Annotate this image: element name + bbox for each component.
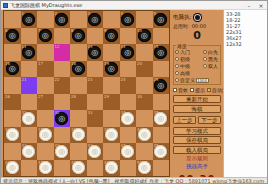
- title-bar: 飞龙国际跳棋 MyDraughts.exe – ×: [1, 1, 268, 10]
- square-light: [136, 44, 153, 61]
- square-number: 36: [5, 127, 10, 132]
- square-22[interactable]: 22: [54, 77, 71, 94]
- radio-label: 双人: [208, 63, 218, 69]
- square-number: 5: [154, 11, 157, 16]
- square-26[interactable]: 26: [4, 94, 21, 111]
- radio-label: 初级: [180, 56, 190, 62]
- square-47[interactable]: 47◎: [37, 160, 54, 177]
- radio-option-白先[interactable]: 白先: [203, 49, 219, 55]
- radio-option-中级[interactable]: 中级: [175, 63, 203, 69]
- radio-icon[interactable]: [203, 57, 207, 61]
- square-32[interactable]: 32◎: [54, 110, 71, 127]
- close-button[interactable]: ×: [255, 1, 267, 10]
- square-light: [21, 28, 38, 45]
- square-light: [153, 160, 170, 177]
- square-24[interactable]: 24: [120, 77, 137, 94]
- black-side-disc-icon: [193, 13, 202, 22]
- square-number: 45: [154, 143, 159, 148]
- square-number: 9: [104, 28, 107, 33]
- square-number: 29: [104, 94, 109, 99]
- checkbox-提示[interactable]: 提示: [190, 87, 205, 93]
- square-14[interactable]: 14◎: [120, 44, 137, 61]
- square-light: [70, 44, 87, 61]
- radio-label: 入门: [180, 49, 190, 55]
- square-number: 19: [104, 61, 109, 66]
- square-1[interactable]: 1◎: [21, 11, 38, 28]
- radio-option-自定义[interactable]: 自定义: [175, 77, 203, 83]
- square-light: [103, 77, 120, 94]
- square-number: 44: [121, 143, 126, 148]
- square-number: 1: [22, 11, 25, 16]
- square-light: [153, 127, 170, 144]
- square-4[interactable]: 4◎: [120, 11, 137, 28]
- square-number: 17: [38, 61, 43, 66]
- square-number: 26: [5, 94, 10, 99]
- square-light: [54, 94, 71, 111]
- square-light: [120, 127, 137, 144]
- total-time-label: 总用时:: [173, 23, 190, 29]
- square-12[interactable]: 12: [54, 44, 71, 61]
- square-number: 14: [121, 44, 126, 49]
- square-46[interactable]: 46◎: [4, 160, 21, 177]
- square-number: 35: [154, 110, 159, 115]
- square-number: 16: [5, 61, 10, 66]
- square-11[interactable]: 11◎: [21, 44, 38, 61]
- square-50[interactable]: 50◎: [136, 160, 153, 177]
- computer-side-label: 电脑执:: [173, 14, 191, 21]
- black-piece[interactable]: ◎: [55, 13, 68, 26]
- radio-label: 黑先: [208, 56, 218, 62]
- square-17[interactable]: 17: [37, 61, 54, 78]
- square-7[interactable]: 7◎: [37, 28, 54, 45]
- square-light: [103, 110, 120, 127]
- square-9[interactable]: 9◎: [103, 28, 120, 45]
- square-13[interactable]: 13◎: [87, 44, 104, 61]
- square-44[interactable]: 44◎: [120, 143, 137, 160]
- square-number: 20: [137, 61, 142, 66]
- square-number: 27: [38, 94, 43, 99]
- square-light: [136, 77, 153, 94]
- square-21[interactable]: 21: [21, 77, 38, 94]
- square-number: 11: [22, 44, 27, 49]
- square-10[interactable]: 10◎: [136, 28, 153, 45]
- checkbox-icon[interactable]: [173, 88, 177, 92]
- square-light: [37, 11, 54, 28]
- move-list-panel[interactable]: 33-2818-2231-2722x3136x2712x32: [223, 10, 268, 177]
- square-49[interactable]: 49◎: [103, 160, 120, 177]
- square-42[interactable]: 42◎: [54, 143, 71, 160]
- checkbox-label: 提示: [195, 87, 205, 93]
- button-下一步[interactable]: 下一步: [198, 116, 221, 124]
- square-number: 46: [5, 160, 10, 165]
- square-light: [21, 160, 38, 177]
- square-number: 6: [5, 28, 8, 33]
- square-number: 39: [104, 127, 109, 132]
- square-38[interactable]: 38◎: [70, 127, 87, 144]
- square-light: [153, 28, 170, 45]
- square-light: [87, 28, 104, 45]
- radio-label: 高级: [180, 70, 190, 76]
- link-显示规则[interactable]: 显示规则: [173, 155, 221, 162]
- square-light: [4, 44, 21, 61]
- square-37[interactable]: 37◎: [37, 127, 54, 144]
- app-window: 飞龙国际跳棋 MyDraughts.exe – × 1◎2◎3◎4◎5◎6◎7◎…: [0, 0, 268, 184]
- square-light: [87, 94, 104, 111]
- square-number: 3: [88, 11, 91, 16]
- radio-label: 自定义: [180, 77, 195, 83]
- radio-icon[interactable]: [203, 64, 207, 68]
- checkbox-icon[interactable]: [190, 88, 194, 92]
- radio-icon[interactable]: [203, 50, 207, 54]
- black-piece[interactable]: ◎: [121, 13, 134, 26]
- square-light: [70, 77, 87, 94]
- square-15[interactable]: 15◎: [153, 44, 170, 61]
- status-author: 作者：飞龙 QQ：5891071 wlong飞龙@163.com: [147, 178, 268, 184]
- square-number: 47: [38, 160, 43, 165]
- checkbox-音效[interactable]: 音效: [173, 87, 188, 93]
- app-icon: [3, 3, 8, 8]
- status-message: 提示信息：游戏挑战模式 [人--白] VS [电脑--黑]，祝您取得好成绩！: [1, 178, 147, 184]
- square-number: 28: [71, 94, 76, 99]
- square-light: [103, 44, 120, 61]
- square-number: 21: [22, 77, 27, 82]
- square-light: [21, 127, 38, 144]
- square-8[interactable]: 8◎: [70, 28, 87, 45]
- square-number: 4: [121, 11, 124, 16]
- minimize-button[interactable]: –: [243, 1, 255, 10]
- black-piece[interactable]: ◎: [88, 13, 101, 26]
- square-light: [136, 11, 153, 28]
- square-number: 48: [71, 160, 76, 165]
- square-light: [37, 110, 54, 127]
- square-number: 30: [137, 94, 142, 99]
- square-light: [120, 94, 137, 111]
- square-light: [153, 94, 170, 111]
- black-piece[interactable]: ◎: [154, 13, 167, 26]
- square-light: [153, 61, 170, 78]
- square-light: [4, 143, 21, 160]
- square-20[interactable]: 20: [136, 61, 153, 78]
- square-3[interactable]: 3◎: [87, 11, 104, 28]
- square-number: 8: [71, 28, 74, 33]
- radio-option-双人[interactable]: 双人: [203, 63, 219, 69]
- square-2[interactable]: 2◎: [54, 11, 71, 28]
- button-保存棋局[interactable]: 保存棋局: [173, 136, 221, 144]
- button-悔棋[interactable]: 悔棋: [173, 105, 221, 113]
- square-number: 50: [137, 160, 142, 165]
- square-number: 41: [22, 143, 27, 148]
- square-light: [87, 61, 104, 78]
- square-light: [4, 11, 21, 28]
- button-重新开始[interactable]: 重新开始: [173, 95, 221, 103]
- square-33[interactable]: 33: [87, 110, 104, 127]
- square-23[interactable]: 23: [87, 77, 104, 94]
- square-number: 18: [71, 61, 76, 66]
- square-29[interactable]: 29: [103, 94, 120, 111]
- square-light: [87, 160, 104, 177]
- square-light: [136, 143, 153, 160]
- square-number: 22: [55, 77, 60, 82]
- button-上一步[interactable]: 上一步: [173, 116, 196, 124]
- radio-icon[interactable]: [175, 64, 179, 68]
- square-25[interactable]: 25◎: [153, 77, 170, 94]
- square-light: [54, 61, 71, 78]
- radio-label: 白先: [208, 49, 218, 55]
- square-30[interactable]: 30: [136, 94, 153, 111]
- square-18[interactable]: 18◎: [70, 61, 87, 78]
- square-light: [37, 143, 54, 160]
- square-number: 24: [121, 77, 126, 82]
- square-number: 34: [121, 110, 126, 115]
- square-light: [70, 143, 87, 160]
- square-number: 2: [55, 11, 58, 16]
- square-number: 12: [55, 44, 60, 49]
- square-light: [136, 110, 153, 127]
- square-number: 15: [154, 44, 159, 49]
- board: 1◎2◎3◎4◎5◎6◎7◎8◎9◎10◎11◎1213◎14◎15◎16◎17…: [3, 10, 170, 177]
- square-light: [103, 143, 120, 160]
- square-number: 32: [55, 110, 60, 115]
- square-light: [70, 11, 87, 28]
- square-number: 31: [22, 110, 27, 115]
- square-light: [103, 11, 120, 28]
- square-31[interactable]: 31◎: [21, 110, 38, 127]
- square-34[interactable]: 34◎: [120, 110, 137, 127]
- square-27[interactable]: 27: [37, 94, 54, 111]
- square-19[interactable]: 19◎: [103, 61, 120, 78]
- square-28[interactable]: 28: [70, 94, 87, 111]
- black-piece[interactable]: ◎: [22, 13, 35, 26]
- square-light: [4, 77, 21, 94]
- square-number: 38: [71, 127, 76, 132]
- square-light: [21, 94, 38, 111]
- square-41[interactable]: 41◎: [21, 143, 38, 160]
- square-36[interactable]: 36◎: [4, 127, 21, 144]
- square-light: [54, 28, 71, 45]
- square-43[interactable]: 43◎: [87, 143, 104, 160]
- square-35[interactable]: 35◎: [153, 110, 170, 127]
- square-light: [37, 77, 54, 94]
- status-bar: 提示信息：游戏挑战模式 [人--白] VS [电脑--黑]，祝您取得好成绩！ 作…: [1, 177, 268, 184]
- square-number: 13: [88, 44, 93, 49]
- square-40[interactable]: 40◎: [136, 127, 153, 144]
- square-number: 43: [88, 143, 93, 148]
- square-light: [21, 61, 38, 78]
- square-45[interactable]: 45◎: [153, 143, 170, 160]
- difficulty-group-title: 难度: [176, 43, 188, 49]
- square-16[interactable]: 16◎: [4, 61, 21, 78]
- square-number: 42: [55, 143, 60, 148]
- square-light: [4, 110, 21, 127]
- move-list-item[interactable]: 12x32: [226, 41, 268, 47]
- square-number: 23: [88, 77, 93, 82]
- window-title: 飞龙国际跳棋 MyDraughts.exe: [10, 1, 243, 10]
- square-number: 10: [137, 28, 142, 33]
- radio-icon[interactable]: [175, 71, 179, 75]
- square-light: [37, 44, 54, 61]
- radio-label: 中级: [180, 63, 190, 69]
- radio-icon[interactable]: [175, 78, 179, 82]
- square-number: 49: [104, 160, 109, 165]
- radio-option-高级[interactable]: 高级: [175, 70, 203, 76]
- square-light: [120, 160, 137, 177]
- square-number: 33: [88, 110, 93, 115]
- button-学习模式[interactable]: 学习模式: [173, 127, 221, 135]
- control-panel: 电脑执: 总用时: 00:00 0 难度 入门初级中级高级自定义 白先黑先双人 …: [171, 10, 223, 177]
- square-light: [120, 61, 137, 78]
- link-挑战高手[interactable]: 挑战高手: [173, 163, 221, 170]
- difficulty-group: 难度 入门初级中级高级自定义 白先黑先双人: [173, 45, 221, 85]
- square-number: 40: [137, 127, 142, 132]
- square-light: [70, 110, 87, 127]
- square-number: 37: [38, 127, 43, 132]
- radio-icon[interactable]: [175, 50, 179, 54]
- square-48[interactable]: 48◎: [70, 160, 87, 177]
- radio-icon[interactable]: [175, 57, 179, 61]
- square-light: [54, 127, 71, 144]
- radio-option-黑先[interactable]: 黑先: [203, 56, 219, 62]
- checkbox-label: 音效: [178, 87, 188, 93]
- square-light: [120, 28, 137, 45]
- square-39[interactable]: 39◎: [103, 127, 120, 144]
- square-light: [87, 127, 104, 144]
- square-6[interactable]: 6◎: [4, 28, 21, 45]
- radio-option-入门[interactable]: 入门: [175, 49, 203, 55]
- square-number: 7: [38, 28, 41, 33]
- button-载入棋局[interactable]: 载入棋局: [173, 146, 221, 154]
- checkbox-icon[interactable]: [207, 88, 211, 92]
- square-light: [54, 160, 71, 177]
- radio-option-初级[interactable]: 初级: [175, 56, 203, 62]
- square-5[interactable]: 5◎: [153, 11, 170, 28]
- score-value: 0: [173, 30, 221, 42]
- square-number: 25: [154, 77, 159, 82]
